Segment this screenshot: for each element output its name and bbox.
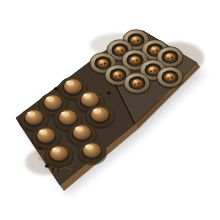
seed-slot [150, 71, 152, 73]
photo-background [0, 0, 220, 220]
seed-slot [115, 76, 117, 78]
brass-seed [148, 66, 158, 74]
seed-glint [100, 60, 104, 62]
seed-glint [150, 67, 154, 69]
seed-slot [167, 58, 169, 60]
dome-highlight [52, 148, 60, 153]
seed-slot [132, 61, 134, 63]
dome-highlight [61, 112, 69, 117]
dome-highlight [27, 112, 35, 117]
seed-glint [115, 72, 119, 74]
seed-slot [137, 40, 139, 42]
dome-glint [62, 112, 65, 114]
seed-slot [156, 50, 158, 52]
seed-slot [133, 41, 135, 43]
brass-seed [113, 71, 123, 79]
brass-seed [115, 46, 125, 54]
dome-glint [76, 127, 79, 129]
seed-slot [171, 57, 173, 59]
dome-highlight [39, 130, 47, 135]
dome-highlight [46, 97, 54, 102]
seed-slot [119, 75, 121, 77]
seed-slot [171, 77, 173, 79]
dome-glint [84, 94, 87, 96]
dome-highlight [83, 94, 91, 99]
seed-slot [167, 78, 169, 80]
seed-slot [121, 50, 123, 52]
brass-seed [165, 73, 175, 81]
seed-glint [132, 57, 136, 59]
seed-slot [136, 60, 138, 62]
hinge-hole [54, 87, 58, 90]
dome-glint [86, 145, 89, 147]
dome-highlight [75, 127, 83, 132]
dome-highlight [93, 109, 101, 114]
hinge-hole [107, 91, 111, 94]
brass-seed [165, 53, 175, 61]
dome-glint [40, 130, 43, 132]
seed-glint [152, 47, 156, 49]
seed-slot [138, 83, 140, 85]
dome-glint [47, 97, 50, 99]
seed-glint [117, 47, 121, 49]
seed-slot [134, 84, 136, 86]
pit-right-9[interactable] [124, 73, 151, 95]
seed-glint [167, 54, 171, 56]
seed-glint [134, 80, 138, 82]
seed-slot [154, 70, 156, 72]
brass-seed [98, 59, 108, 67]
dome-glint [28, 112, 31, 114]
brass-seed [132, 79, 142, 87]
dome-highlight [66, 81, 74, 86]
brass-seed [130, 56, 140, 64]
seed-slot [104, 63, 106, 65]
seed-slot [152, 51, 154, 53]
seed-slot [117, 51, 119, 53]
pit-right-10[interactable] [157, 67, 184, 89]
seed-slot [100, 64, 102, 66]
dome-glint [67, 81, 70, 83]
seed-glint [167, 74, 171, 76]
dome-glint [53, 148, 56, 150]
seed-glint [133, 37, 137, 39]
mancala-board-photo [0, 0, 220, 220]
dome-glint [94, 109, 97, 111]
dome-highlight [85, 145, 93, 150]
brass-seed [131, 36, 141, 44]
